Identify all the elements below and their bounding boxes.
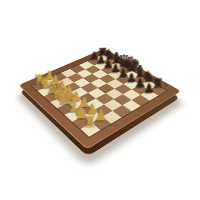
piece-black-pawn-h7[interactable]: ♟ — [140, 72, 157, 95]
piece-white-rook-h1[interactable]: ♜ — [80, 103, 100, 130]
chess-board: ♜♞♝♛♚♝♞♜♟♟♟♟♟♟♟♟♟♟♟♟♟♟♟♟♜♞♝♛♚♝♞♜ — [18, 49, 181, 150]
square-h5[interactable] — [122, 100, 141, 112]
square-h6[interactable] — [132, 95, 150, 106]
square-h4[interactable] — [112, 105, 131, 117]
square-g6[interactable] — [123, 89, 141, 100]
chess-scene: ♜♞♝♛♚♝♞♜♟♟♟♟♟♟♟♟♟♟♟♟♟♟♟♟♜♞♝♛♚♝♞♜ — [0, 0, 200, 200]
square-g5[interactable] — [114, 94, 132, 105]
